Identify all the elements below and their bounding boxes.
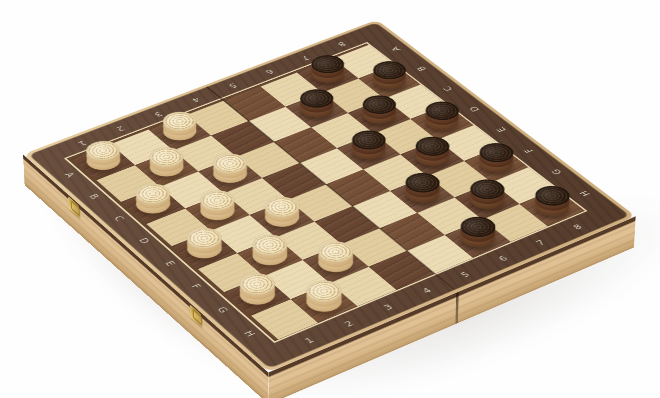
piece-light-C3[interactable] (207, 161, 254, 188)
clasp-hook-icon (71, 200, 80, 217)
piece-light-A1[interactable] (80, 149, 127, 176)
piece-dark-D8[interactable] (419, 109, 465, 135)
photo-stage: 11AA22BB33CC44DD55EE66FF77GG88HH (0, 0, 660, 398)
piece-light-H2[interactable] (299, 288, 348, 318)
fold-seam-edge (455, 292, 458, 325)
board: 11AA22BB33CC44DD55EE66FF77GG88HH (23, 20, 636, 373)
piece-light-E1[interactable] (180, 236, 228, 264)
piece-dark-H8[interactable] (528, 194, 576, 222)
brass-clasp-icon (190, 304, 202, 327)
clasp-hook-icon (193, 308, 202, 325)
scene: 11AA22BB33CC44DD55EE66FF77GG88HH (23, 20, 636, 373)
board-border (30, 23, 629, 368)
brass-clasp-icon (68, 196, 79, 218)
piece-dark-H6[interactable] (454, 224, 503, 252)
